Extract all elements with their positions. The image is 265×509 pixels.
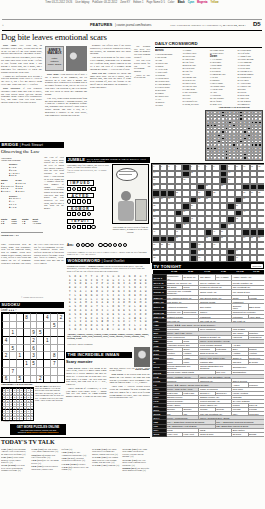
sudoku-cell: 8 bbox=[50, 351, 57, 359]
lead-in: Dear David: bbox=[68, 367, 80, 369]
clue-number: 12 bbox=[251, 165, 253, 167]
sudoku-cell bbox=[23, 367, 30, 375]
sudoku-cell bbox=[9, 375, 16, 383]
jumble-letter-box bbox=[72, 225, 76, 229]
tvtalk-entry: 4 p.m. (WAVE) Anderson Housewives confes… bbox=[62, 457, 90, 462]
crossword-cell bbox=[205, 255, 213, 262]
tvtalk-time-channel: 10 a.m. (WDRB) bbox=[1, 464, 16, 466]
sudoku-title: SUDOKU bbox=[2, 302, 21, 307]
annies-column-1: Dear Annie: Five years ago, an encounter… bbox=[1, 45, 42, 140]
inman-text: Dear David: When I was young in the earl… bbox=[66, 367, 150, 434]
tvtalk-time-channel: 12:35 a.m. (NBC) bbox=[122, 448, 137, 450]
sudoku-cell: 5 bbox=[9, 344, 16, 352]
clue-number: 30 bbox=[161, 197, 163, 199]
tvtalk-time-channel: 12:35 a.m. (CBS) bbox=[122, 459, 137, 461]
sudoku-cell bbox=[9, 351, 16, 359]
bridge-byline: | Frank Stewart bbox=[20, 143, 43, 147]
clue-number: 31 bbox=[168, 197, 170, 199]
clue-number: 47 bbox=[153, 230, 155, 232]
tvtalk-entry: 11:35 p.m. (NBC) The Tonight Show With J… bbox=[92, 456, 120, 463]
sudoku-grid: 84251954215621381577652 bbox=[1, 312, 65, 383]
clue-number: 37 bbox=[236, 204, 238, 206]
sudoku-cell: 6 bbox=[30, 344, 37, 352]
tvtalk-entry: Midnight (BET) The Mo'Nique Show Monica … bbox=[122, 467, 150, 472]
crossword-black-cell bbox=[227, 255, 235, 262]
jumble-letter-box bbox=[87, 212, 91, 216]
crossword-cell bbox=[160, 255, 168, 262]
speech-bubble bbox=[116, 168, 138, 181]
sudoku-cell: 1 bbox=[9, 328, 16, 336]
tvtalk-time-channel: 11:35 p.m. (CBS) bbox=[92, 448, 107, 450]
tvtalk-time-channel: 3 p.m. (CBS) bbox=[62, 451, 73, 453]
tv-program-cell: Awake "Guilty" (N) bbox=[232, 274, 264, 281]
clue-number: 21 bbox=[206, 184, 208, 186]
jumble-letter-box bbox=[87, 187, 91, 191]
color-plate: Cyan bbox=[188, 1, 194, 4]
answer-group bbox=[76, 243, 95, 247]
tv-program-cell: 30 Rock (N) bbox=[183, 274, 199, 281]
clue-number: 2 bbox=[161, 165, 162, 167]
sudoku-cell bbox=[2, 359, 9, 367]
sudoku-cell bbox=[57, 336, 64, 344]
clue-number: 44 bbox=[153, 223, 155, 225]
sudoku-cell bbox=[50, 313, 57, 321]
lead-in: Dear David: bbox=[112, 373, 124, 375]
inman-bar: THE INCREDIBLE INMAN bbox=[66, 352, 132, 358]
jumble-letter-box bbox=[77, 225, 81, 229]
clue-number: 26 bbox=[243, 191, 245, 193]
solution-letter-cell: D bbox=[258, 156, 262, 159]
sudoku-cell bbox=[50, 367, 57, 375]
sudoku-cell bbox=[36, 351, 43, 359]
clue-number: 14 bbox=[153, 171, 155, 173]
print-line-item: User bdgray bbox=[75, 1, 89, 4]
jumble-letter-box bbox=[67, 187, 71, 191]
sudoku-cell bbox=[43, 321, 50, 329]
masthead-bottom-rule bbox=[2, 30, 262, 31]
jumble-letter-box bbox=[82, 225, 86, 229]
sudoku-cell bbox=[30, 367, 37, 375]
paragraph: Dear Annie: Five years ago, an encounter… bbox=[1, 45, 42, 56]
clue-number: 5 bbox=[191, 165, 192, 167]
tv-program-cell: Summer Wine bbox=[232, 304, 248, 311]
cartoon-figure-head bbox=[121, 191, 131, 201]
crossword-cell: 66 bbox=[197, 255, 205, 262]
clue-number: 16 bbox=[228, 171, 230, 173]
sudoku-cell bbox=[57, 351, 64, 359]
clue-number: 55 bbox=[251, 236, 253, 238]
sudoku-cell bbox=[2, 328, 9, 336]
clue-number: 29 bbox=[153, 197, 155, 199]
sudoku-cell: 5 bbox=[30, 359, 37, 367]
paragraph: That's right — Patricia Heaton played De… bbox=[110, 385, 151, 399]
tv-table: 8 PM8:309 PM9:3010 PM10:30WAVE 3Communit… bbox=[152, 270, 264, 437]
jumble-letter-box bbox=[87, 199, 91, 203]
tv-channel-cell: WKPC 15 bbox=[153, 304, 167, 311]
sudoku-cell bbox=[16, 344, 23, 352]
answer-circle bbox=[85, 243, 89, 247]
jumble-letter-box bbox=[67, 199, 71, 203]
clue-number: 9 bbox=[228, 165, 229, 167]
lead-in: Dear Annie: bbox=[3, 44, 17, 47]
tvtalk-time-channel: 7 a.m. (ABC) bbox=[1, 448, 13, 450]
bridge-bidding-table: NorthEastSouthWest1 ♦Pass1 ♠Pass2 ♠Pass4… bbox=[1, 218, 43, 224]
sudoku-cell bbox=[36, 313, 43, 321]
sudoku-cell: 3 bbox=[30, 351, 37, 359]
clue-number: 50 bbox=[221, 230, 223, 232]
tv-program-cell: News at Nine bbox=[199, 432, 232, 436]
bridge-hand-diagram: NORTH♠ A 5 3♥ K 6 3♦ A Q 10 4♣ 8 6 3WEST… bbox=[1, 163, 43, 210]
tv-program-cell: American Idol "Finalists Compete" bbox=[166, 289, 199, 296]
sudoku-cell bbox=[30, 321, 37, 329]
answer-circle bbox=[123, 243, 127, 247]
bid-cell: 4 ♠ bbox=[22, 222, 33, 224]
clue-number: 27 bbox=[251, 191, 253, 193]
jumble-scramble-tile: ACYED bbox=[67, 193, 94, 199]
hand-label: SOUTH bbox=[9, 195, 17, 197]
tv-row: WGNHow I MetHow I MetNews at Nine30 Rock… bbox=[153, 432, 265, 436]
print-line-item: Page Name D 5 bbox=[146, 1, 164, 4]
tvtalk-entry: 7 a.m. (ABC) Good Morning America Actor … bbox=[1, 448, 29, 455]
jumble-scramble-tile: IMPUED bbox=[67, 180, 94, 186]
clue-number: 33 bbox=[206, 197, 208, 199]
tvtalk-time-channel: Midnight (BET) bbox=[122, 467, 136, 469]
lead-in: Dear Annie: bbox=[47, 73, 59, 76]
paragraph: Dear Annie: I own property out of state.… bbox=[45, 74, 87, 97]
tv-program-cell: The Office bbox=[199, 274, 215, 281]
tv-program-cell: College Basketball NIT Semifinal bbox=[199, 364, 232, 371]
paragraph: neighbor. The officer said if the police… bbox=[90, 45, 131, 56]
clue-number: 28 bbox=[258, 191, 260, 193]
hand-suit-line: ♣ Q 10 9 bbox=[16, 190, 26, 193]
wonderword-letter: S bbox=[143, 328, 148, 332]
tvtalk-time-channel: Noon (WHAS) bbox=[31, 454, 44, 456]
page-number: D5 bbox=[253, 21, 261, 27]
answer-label: Ans: bbox=[67, 243, 74, 247]
issue-date: | THURSDAY, MARCH 22, 2012 | bbox=[205, 23, 246, 27]
sudoku-cell: 6 bbox=[2, 375, 9, 383]
sudoku-cell bbox=[36, 321, 43, 329]
print-line: Time 03-21-2012 19:26User bdgrayPubDate:… bbox=[0, 1, 264, 4]
tv-program-cell: Fox News at Ten bbox=[232, 289, 264, 296]
wonderword-instructions: STORM CHASING — Solution: 8 letters Find… bbox=[67, 265, 149, 272]
print-line-item: Color: bbox=[168, 1, 175, 4]
jumble-letter-boxes bbox=[67, 199, 109, 203]
crossword-cell bbox=[167, 255, 175, 262]
tvtalk-entry: 11 p.m. (E!) Chelsea Lately Jon Hamm. (N… bbox=[62, 466, 90, 471]
answer-circle bbox=[90, 243, 94, 247]
sudoku-cell bbox=[2, 344, 9, 352]
jumble-letter-box bbox=[77, 199, 81, 203]
sudoku-cell: 2 bbox=[30, 336, 37, 344]
crossword-cell bbox=[250, 255, 258, 262]
tv-program-cell: Community (N) bbox=[166, 274, 183, 281]
clue-number: 15 bbox=[191, 171, 193, 173]
clue-number: 10 bbox=[236, 165, 238, 167]
newspaper-page: { "game": "sudoku (newspaper puzzles pag… bbox=[0, 0, 264, 509]
jumble-cartoon-caption: Now arrange the circled letters to form … bbox=[112, 226, 149, 233]
clue-number: 62 bbox=[153, 249, 155, 251]
tvtalk-entry: 9 a.m. (NBC) Today Sarah Michelle Gellar… bbox=[1, 456, 29, 463]
tvtalk-time-channel: 11 a.m. (CBS) bbox=[31, 448, 43, 450]
hand-label: WEST bbox=[1, 179, 8, 181]
sudoku-cell bbox=[57, 367, 64, 375]
jumble-instructions: Unscramble these four Jumbles, one lette… bbox=[67, 164, 109, 174]
clue-number: 8 bbox=[213, 165, 214, 167]
tvtalk-title: TODAY'S TV TALK bbox=[1, 439, 55, 445]
jumble-letter-box bbox=[67, 212, 71, 216]
tv-bar: TV TONIGHT Movies bbox=[152, 263, 264, 269]
clue-number: 3 bbox=[168, 165, 169, 167]
clue-number: 61 bbox=[213, 243, 215, 245]
paragraph: I can pet and play with small, sweet dog… bbox=[1, 57, 42, 74]
tvtalk-entry: 11 a.m. (CBS) The Talk Kirstie Alley; Ma… bbox=[31, 448, 59, 453]
clue-number: 54 bbox=[243, 236, 245, 238]
clue-number: 39 bbox=[183, 210, 185, 212]
sudoku-cell bbox=[57, 344, 64, 352]
fold-mark: + bbox=[2, 23, 4, 27]
clue-number: 49 bbox=[213, 230, 215, 232]
tvtalk-time-channel: 2 p.m. (NBC) bbox=[31, 465, 43, 467]
sudoku-cell bbox=[23, 375, 30, 383]
hand-label: NORTH bbox=[9, 163, 17, 165]
sudoku-cell: 1 bbox=[43, 336, 50, 344]
sudoku-cell bbox=[2, 367, 9, 375]
site-url: | courier-journal.com/features bbox=[115, 23, 151, 27]
tv-row: WDRB 41American Idol "Finalists Compete"… bbox=[153, 289, 265, 296]
tvtalk-time-channel: 9 a.m. (NBC) bbox=[1, 456, 13, 458]
section-title: FEATURES bbox=[90, 22, 112, 27]
tv-program-cell: Touch "Pilot" (N) bbox=[199, 289, 232, 296]
tvtalk-time-channel: 11:35 p.m. (NBC) bbox=[92, 456, 107, 458]
color-plate: Black bbox=[178, 1, 185, 4]
sudoku-yesterday-label: YESTERDAY'S SOLUTION: bbox=[1, 383, 33, 386]
paragraph: Dear David: Is the actress who plays the… bbox=[110, 373, 151, 384]
sudoku-cell bbox=[23, 336, 30, 344]
sudoku-cell bbox=[36, 367, 43, 375]
tvtalk-entry: 11:35 p.m. (ABC) Nightline (N) bbox=[92, 464, 120, 466]
wonderword-byline: | David Ouellet bbox=[102, 259, 125, 263]
jumble-letter-box bbox=[87, 225, 91, 229]
down-clue: 62 Compass pt. bbox=[238, 103, 264, 105]
solution-label: YESTERDAY'S SOLUTION bbox=[205, 106, 263, 109]
sudoku-cell: 4 bbox=[43, 313, 50, 321]
clue-number: 56 bbox=[258, 236, 260, 238]
clue-number: 59 bbox=[168, 243, 170, 245]
bridge-hand: NORTH♠ A 5 3♥ K 6 3♦ A Q 10 4♣ 8 6 3 bbox=[9, 163, 43, 177]
clue-number: 13 bbox=[258, 165, 260, 167]
sudoku-cell bbox=[9, 336, 16, 344]
answer-group bbox=[98, 243, 127, 247]
jumble-letter-box bbox=[91, 225, 95, 229]
sudoku-cell: 5 bbox=[16, 375, 23, 383]
lead-in: Dear Fed Up: bbox=[92, 72, 107, 75]
tvtalk-rule bbox=[0, 437, 150, 438]
sudoku-cell bbox=[16, 367, 23, 375]
sudoku-cell: 2 bbox=[57, 313, 64, 321]
tvtalk-entry: 12:35 a.m. (CBS) Late Late Show Craig Fe… bbox=[122, 459, 150, 466]
clue-number: 24 bbox=[198, 191, 200, 193]
annies-columnists-photo bbox=[66, 46, 87, 71]
sudoku-cell bbox=[50, 375, 57, 383]
sudoku-cell: 2 bbox=[2, 351, 9, 359]
clue-number: 1 bbox=[153, 165, 154, 167]
jumble-word: IMPUED bbox=[67, 180, 109, 191]
sudoku-cell bbox=[23, 321, 30, 329]
answer-circle bbox=[118, 243, 122, 247]
paragraph: Dear Fed Up: Cameras are cheap and small… bbox=[90, 73, 131, 90]
crossword-cell: 67 bbox=[235, 255, 243, 262]
clue-number: 48 bbox=[176, 230, 178, 232]
tv-program-cell: Up All Night bbox=[215, 274, 231, 281]
sudoku-cell bbox=[36, 344, 43, 352]
sudoku-cell bbox=[16, 321, 23, 329]
tv-program-cell: Scrubs bbox=[248, 432, 264, 436]
clue-number: 38 bbox=[153, 210, 155, 212]
clue-number: 11 bbox=[243, 165, 245, 167]
jumble-letter-box bbox=[91, 187, 95, 191]
clue-number: 23 bbox=[176, 191, 178, 193]
tv-program-cell: Antiques Roadshow bbox=[166, 304, 199, 311]
paragraph: The strength you need will come the mome… bbox=[134, 45, 150, 58]
answer-circle bbox=[103, 243, 107, 247]
tv-row: WKPC 15Antiques RoadshowDoc MartinSummer… bbox=[153, 304, 265, 311]
bridge-credit: © Tribune Media Services bbox=[1, 296, 63, 298]
byline-authors: Kathy Mitchell Marcy Sugar bbox=[48, 57, 62, 66]
clue-number: 46 bbox=[228, 223, 230, 225]
bridge-bar: BRIDGE | Frank Stewart bbox=[0, 142, 64, 148]
tv-program-cell: How I Met bbox=[183, 432, 199, 436]
sudoku-cell: 5 bbox=[50, 321, 57, 329]
sudoku-cell bbox=[43, 351, 50, 359]
sudoku-cell: 8 bbox=[23, 313, 30, 321]
jumble-letter-box bbox=[67, 225, 71, 229]
jumble-letter-boxes bbox=[67, 225, 109, 229]
puzzles-online-banner: GET MORE PUZZLES ONLINE You'll find more… bbox=[10, 424, 66, 435]
bid-row: 2 ♠Pass4 ♠All Pass bbox=[1, 222, 43, 224]
paragraph: This has been going on for three years. … bbox=[90, 57, 131, 71]
clue-number: 60 bbox=[198, 243, 200, 245]
jumble-words: IMPUEDACYEDKOMORTEFDIT bbox=[67, 180, 109, 232]
clue-number: 4 bbox=[176, 165, 177, 167]
sudoku-cell bbox=[2, 321, 9, 329]
answer-circle bbox=[76, 243, 80, 247]
bridge-east: EAST♠ J 10 9 8♥ 8 5 2♦ J 5 3♣ Q 10 9 bbox=[16, 179, 26, 193]
clue-number: 25 bbox=[213, 191, 215, 193]
hand-label: EAST bbox=[16, 179, 22, 181]
tv-channel-cell: WDRB 41 bbox=[153, 289, 167, 296]
sudoku-cell bbox=[30, 313, 37, 321]
clue-number: 52 bbox=[206, 236, 208, 238]
tvtalk-entry: 1 p.m. (FOX) Dr. Oz Anti-aging secrets. … bbox=[31, 459, 59, 464]
sudoku-yesterday-grid: 5346789126721953481983425678597614234268… bbox=[1, 387, 34, 421]
sudoku-cell bbox=[2, 313, 9, 321]
jumble-cartoon bbox=[112, 164, 149, 224]
sudoku-cell bbox=[9, 321, 16, 329]
crossword-panel-title: DAILY CROSSWORD bbox=[155, 41, 262, 48]
bridge-analysis: Since North-South held 26 points, game w… bbox=[1, 243, 64, 295]
clue-number: 7 bbox=[206, 165, 207, 167]
clue-number: 32 bbox=[198, 197, 200, 199]
sudoku-cell bbox=[36, 359, 43, 367]
clue-number: 65 bbox=[153, 256, 155, 258]
crossword-cell: 65 bbox=[152, 255, 160, 262]
byline-column-name: ANNIE'S MAILBOX bbox=[48, 49, 62, 56]
hand-suit-line: ♣ K J 5 4 bbox=[1, 190, 14, 193]
clue-number: 64 bbox=[236, 249, 238, 251]
clue-number: 41 bbox=[153, 217, 155, 219]
tv-program-cell: How I Met bbox=[166, 432, 183, 436]
annies-column-3: neighbor. The officer said if the police… bbox=[90, 45, 131, 154]
banner-line3: games at www.courier-journal.com/puzzles bbox=[10, 431, 66, 433]
sudoku-cell bbox=[23, 328, 30, 336]
paragraph: I cannot get professional help because I… bbox=[1, 76, 42, 87]
jumble-letter-boxes bbox=[67, 212, 109, 216]
inman-subhead: Scary monster bbox=[66, 360, 92, 364]
color-plate: Magenta bbox=[197, 1, 208, 4]
sudoku-cell bbox=[16, 336, 23, 344]
jumble-letter-box bbox=[77, 212, 81, 216]
clue-number: 40 bbox=[243, 210, 245, 212]
tvtalk-entry: Noon (WHAS) Rachael Ray Chef Curtis Ston… bbox=[31, 454, 59, 459]
clue-number: 43 bbox=[236, 217, 238, 219]
tv-listings: 8 PM8:309 PM9:3010 PM10:30WAVE 3Communit… bbox=[152, 270, 264, 437]
tvtalk-entry: 11:35 p.m. (CBS) Late Show With David Le… bbox=[92, 448, 120, 455]
annies-column-4: The strength you need will come the mome… bbox=[134, 45, 150, 154]
across-clue: 35 Gusto bbox=[155, 104, 181, 106]
jumble-yesterday: Yesterday's | Jumbles: PIANO KNACK SALMO… bbox=[67, 251, 149, 256]
wonderword-grid: SRETTOPSODANROTAEGNINTHGILAMWEFSRELPPODN… bbox=[67, 275, 149, 332]
crossword-yesterday-solution: YESTERDAY'S SOLUTION SLABODESSCRAMTIDERA… bbox=[205, 106, 263, 161]
bridge-hand: SOUTH♠ K Q 7 6 4♥ A 4♦ K 9 7♣ A 7 2 bbox=[9, 195, 43, 209]
crossword-solution-grid: SLABODESSCRAMTIDERAVETENORARENASIDEALIBI… bbox=[205, 110, 263, 161]
sudoku-cell bbox=[36, 336, 43, 344]
paper-name: THE COURIER-JOURNAL bbox=[170, 23, 205, 27]
jumble-letter-box bbox=[82, 212, 86, 216]
print-line-item: Time 03-21-2012 19:26 bbox=[45, 1, 72, 4]
bid-cell: All Pass bbox=[33, 222, 44, 224]
tv-program-cell: 30 Rock bbox=[232, 432, 248, 436]
bid-cell: 2 ♠ bbox=[1, 222, 12, 224]
bridge-west-east: WEST♠ 2♥ Q J 10 9 7♦ 8 6 2♣ K J 5 4EAST♠… bbox=[1, 179, 43, 193]
jumble-word: TEFDIT bbox=[67, 219, 109, 230]
tvtalk-entry: 7:30 p.m. (WBKI) Excused bbox=[62, 463, 90, 465]
bridge-dealer: North dealerNeither side vulnerable bbox=[1, 157, 41, 162]
sudoku-cell bbox=[57, 321, 64, 329]
sudoku-cell: 1 bbox=[23, 359, 30, 367]
sudoku-cell bbox=[50, 328, 57, 336]
sudoku-cell bbox=[57, 328, 64, 336]
clue-number: 20 bbox=[153, 184, 155, 186]
across-clue: 67 Being, to Caesar bbox=[183, 103, 209, 105]
sudoku-cell: 2 bbox=[36, 375, 43, 383]
jumble-letter-box bbox=[72, 199, 76, 203]
bridge-opening-lead: Opening lead — ♠ 2 bbox=[1, 232, 43, 236]
clue-number: 18 bbox=[183, 178, 185, 180]
sudoku-cell bbox=[16, 359, 23, 367]
lead-in: Dear Terrified: bbox=[3, 87, 20, 90]
print-line-item: PubDate: 03-22-2012 bbox=[92, 1, 117, 4]
sudoku-cell bbox=[50, 344, 57, 352]
jumble-scramble-tile: TEFDIT bbox=[67, 219, 94, 225]
sudoku-credit: © Tribune Media Services bbox=[1, 420, 33, 422]
crossword-black-cell bbox=[190, 255, 198, 262]
wonderword-bar: WONDERWORD | David Ouellet bbox=[66, 258, 150, 264]
sudoku-cell bbox=[9, 359, 16, 367]
jumble-letter-boxes bbox=[67, 187, 109, 191]
sudoku-cell bbox=[57, 375, 64, 383]
cartoon-figure-body bbox=[118, 201, 134, 221]
